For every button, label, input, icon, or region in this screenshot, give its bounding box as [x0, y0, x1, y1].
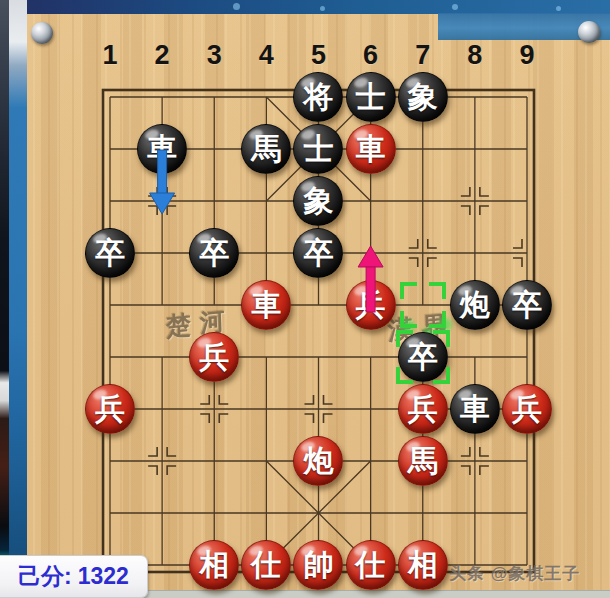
piece-red-仕[interactable]: 仕: [346, 540, 396, 590]
piece-black-卒[interactable]: 卒: [189, 228, 239, 278]
score-label: 己分:: [18, 561, 72, 592]
piece-red-兵[interactable]: 兵: [346, 280, 396, 330]
piece-red-炮[interactable]: 炮: [293, 436, 343, 486]
piece-black-卒[interactable]: 卒: [502, 280, 552, 330]
piece-black-士[interactable]: 士: [346, 72, 396, 122]
piece-black-炮[interactable]: 炮: [450, 280, 500, 330]
piece-black-士[interactable]: 士: [293, 124, 343, 174]
piece-red-兵[interactable]: 兵: [398, 384, 448, 434]
piece-black-車[interactable]: 車: [137, 124, 187, 174]
piece-black-卒[interactable]: 卒: [293, 228, 343, 278]
pieces-layer[interactable]: 将士象車馬士車象卒卒卒車兵炮卒兵卒兵兵車兵炮馬相仕帥仕相: [84, 71, 553, 591]
piece-red-馬[interactable]: 馬: [398, 436, 448, 486]
watermark-text: 头条 @象棋王子: [449, 562, 609, 585]
piece-black-車[interactable]: 車: [450, 384, 500, 434]
piece-red-相[interactable]: 相: [189, 540, 239, 590]
piece-red-兵[interactable]: 兵: [189, 332, 239, 382]
selection-marker-empty-origin: [400, 282, 446, 328]
piece-black-卒[interactable]: 卒: [85, 228, 135, 278]
piece-red-仕[interactable]: 仕: [241, 540, 291, 590]
piece-black-将[interactable]: 将: [293, 72, 343, 122]
score-box: 己分: 1322: [0, 555, 148, 598]
piece-red-兵[interactable]: 兵: [85, 384, 135, 434]
piece-red-車[interactable]: 車: [241, 280, 291, 330]
piece-red-相[interactable]: 相: [398, 540, 448, 590]
piece-black-馬[interactable]: 馬: [241, 124, 291, 174]
piece-red-帥[interactable]: 帥: [293, 540, 343, 590]
piece-red-兵[interactable]: 兵: [502, 384, 552, 434]
piece-red-車[interactable]: 車: [346, 124, 396, 174]
piece-black-象[interactable]: 象: [293, 176, 343, 226]
xiangqi-app-window: 123456789 楚河 漢界 将士象車馬士車象卒卒卒車兵炮卒兵卒兵兵車兵炮馬相…: [0, 0, 610, 598]
score-value: 1322: [78, 563, 129, 590]
piece-black-象[interactable]: 象: [398, 72, 448, 122]
selection-marker-selected-piece: [396, 330, 450, 384]
